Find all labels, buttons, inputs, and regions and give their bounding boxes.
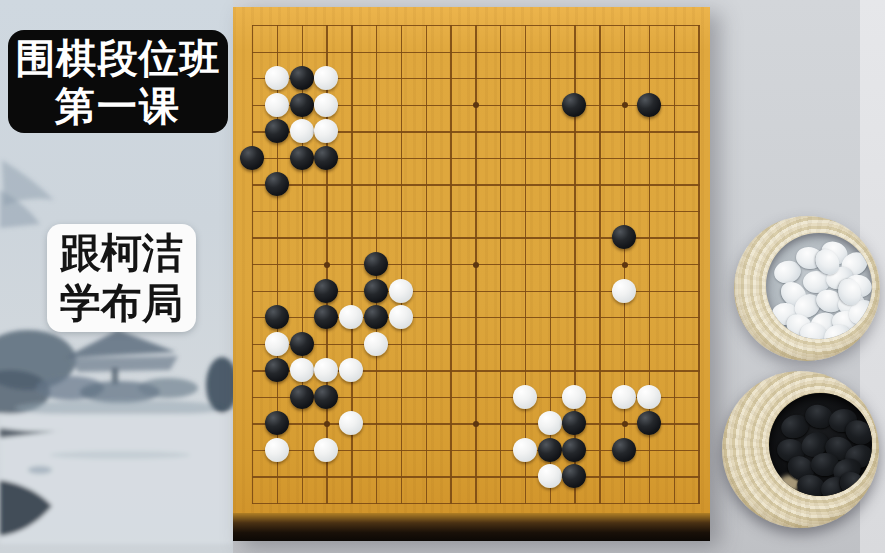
white-stone bbox=[637, 385, 661, 409]
white-stone bbox=[314, 119, 338, 143]
black-stone bbox=[290, 332, 314, 356]
caption-line-1: 跟柯洁 bbox=[47, 228, 196, 278]
white-stone bbox=[265, 438, 289, 462]
star-point bbox=[622, 421, 628, 427]
black-stone bbox=[364, 252, 388, 276]
white-stone bbox=[265, 332, 289, 356]
grid-line-horizontal bbox=[252, 476, 700, 477]
white-stone bbox=[538, 464, 562, 488]
white-stone bbox=[612, 385, 636, 409]
title-line-1: 围棋段位班 bbox=[8, 35, 228, 81]
grid-line-horizontal bbox=[252, 344, 700, 345]
star-point bbox=[324, 421, 330, 427]
black-stone bbox=[314, 146, 338, 170]
black-stone bbox=[612, 225, 636, 249]
black-stone bbox=[562, 93, 586, 117]
white-stone bbox=[364, 332, 388, 356]
star-point bbox=[473, 262, 479, 268]
star-point bbox=[324, 262, 330, 268]
grid-line-horizontal bbox=[252, 503, 700, 504]
grid-line-vertical bbox=[674, 25, 675, 504]
black-stone-bowl-opening bbox=[769, 393, 872, 496]
black-stone bbox=[290, 66, 314, 90]
black-stone bbox=[364, 279, 388, 303]
black-stone bbox=[314, 385, 338, 409]
black-stone bbox=[562, 411, 586, 435]
grid-line-vertical bbox=[525, 25, 526, 504]
black-stone bbox=[290, 93, 314, 117]
white-stone-bowl bbox=[734, 216, 880, 361]
white-stone bbox=[314, 93, 338, 117]
white-stone bbox=[290, 119, 314, 143]
star-point bbox=[473, 421, 479, 427]
white-stone bbox=[513, 385, 537, 409]
white-stone-bowl-opening bbox=[766, 233, 872, 339]
caption-line-2: 学布局 bbox=[47, 278, 196, 328]
black-stone bbox=[290, 146, 314, 170]
white-stone bbox=[389, 279, 413, 303]
black-stone bbox=[314, 305, 338, 329]
black-stone bbox=[314, 279, 338, 303]
black-stone bbox=[265, 411, 289, 435]
title-overlay: 围棋段位班 第一课 bbox=[8, 30, 228, 133]
white-stone bbox=[265, 66, 289, 90]
black-stone bbox=[637, 411, 661, 435]
go-board bbox=[233, 7, 710, 541]
grid-line-vertical bbox=[698, 25, 699, 504]
white-stone bbox=[612, 279, 636, 303]
video-frame: 围棋段位班 第一课 跟柯洁 学布局 bbox=[0, 0, 885, 553]
star-point bbox=[622, 102, 628, 108]
black-stone bbox=[538, 438, 562, 462]
black-stone bbox=[364, 305, 388, 329]
black-stone bbox=[240, 146, 264, 170]
white-stone bbox=[513, 438, 537, 462]
star-point bbox=[473, 102, 479, 108]
white-stone bbox=[339, 305, 363, 329]
grid-line-vertical bbox=[599, 25, 600, 504]
white-stone bbox=[538, 411, 562, 435]
white-stone bbox=[339, 358, 363, 382]
caption-overlay: 跟柯洁 学布局 bbox=[47, 224, 196, 332]
white-stone bbox=[389, 305, 413, 329]
black-stone-bowl bbox=[722, 371, 879, 528]
white-stone bbox=[339, 411, 363, 435]
black-stone bbox=[562, 464, 586, 488]
white-stone bbox=[562, 385, 586, 409]
white-stone bbox=[290, 358, 314, 382]
black-stone bbox=[290, 385, 314, 409]
black-stone bbox=[265, 358, 289, 382]
black-stone bbox=[637, 93, 661, 117]
white-stone bbox=[265, 93, 289, 117]
title-line-2: 第一课 bbox=[8, 83, 228, 129]
black-stone bbox=[612, 438, 636, 462]
black-stone bbox=[265, 119, 289, 143]
black-stone bbox=[562, 438, 586, 462]
white-stone bbox=[314, 358, 338, 382]
grid-line-vertical bbox=[500, 25, 501, 504]
board-front-edge bbox=[233, 513, 710, 541]
black-stone bbox=[265, 172, 289, 196]
black-stone bbox=[265, 305, 289, 329]
star-point bbox=[622, 262, 628, 268]
white-stone bbox=[314, 438, 338, 462]
white-stone bbox=[314, 66, 338, 90]
